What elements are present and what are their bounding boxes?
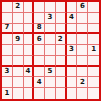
- sudoku-cell-r2c2[interactable]: [13, 13, 24, 24]
- sudoku-cell-r2c4[interactable]: [34, 13, 45, 24]
- sudoku-cell-r2c6[interactable]: [56, 13, 67, 24]
- sudoku-cell-r8c3[interactable]: [24, 77, 35, 88]
- sudoku-cell-r3c6[interactable]: [56, 24, 67, 35]
- sudoku-cell-r4c3[interactable]: [24, 34, 35, 45]
- sudoku-cell-r4c4[interactable]: 6: [34, 34, 45, 45]
- sudoku-cell-r6c9[interactable]: [88, 56, 99, 67]
- sudoku-cell-r5c9[interactable]: 1: [88, 45, 99, 56]
- sudoku-cell-r7c7[interactable]: [67, 67, 78, 78]
- sudoku-board: 26347896231345421: [0, 0, 101, 101]
- sudoku-cell-r6c2[interactable]: [13, 56, 24, 67]
- sudoku-cell-r3c7[interactable]: [67, 24, 78, 35]
- sudoku-cell-r8c4[interactable]: 4: [34, 77, 45, 88]
- sudoku-cell-r4c8[interactable]: [77, 34, 88, 45]
- sudoku-cell-r2c3[interactable]: [24, 13, 35, 24]
- sudoku-cell-r7c6[interactable]: [56, 67, 67, 78]
- sudoku-cell-r1c2[interactable]: 2: [13, 2, 24, 13]
- sudoku-cell-r1c6[interactable]: [56, 2, 67, 13]
- sudoku-cell-r3c9[interactable]: [88, 24, 99, 35]
- sudoku-cell-r9c1[interactable]: 1: [2, 88, 13, 99]
- sudoku-cell-r6c6[interactable]: [56, 56, 67, 67]
- sudoku-cell-r7c4[interactable]: [34, 67, 45, 78]
- sudoku-cell-r6c1[interactable]: [2, 56, 13, 67]
- sudoku-cell-r5c6[interactable]: [56, 45, 67, 56]
- sudoku-cell-r9c8[interactable]: [77, 88, 88, 99]
- sudoku-cell-r6c7[interactable]: [67, 56, 78, 67]
- sudoku-cell-r8c7[interactable]: [67, 77, 78, 88]
- sudoku-cell-r4c6[interactable]: 2: [56, 34, 67, 45]
- sudoku-cell-r1c8[interactable]: 6: [77, 2, 88, 13]
- sudoku-cell-r1c4[interactable]: [34, 2, 45, 13]
- sudoku-cell-r9c5[interactable]: [45, 88, 56, 99]
- sudoku-cell-r9c6[interactable]: [56, 88, 67, 99]
- sudoku-cell-r1c3[interactable]: [24, 2, 35, 13]
- sudoku-cell-r6c3[interactable]: [24, 56, 35, 67]
- sudoku-cell-r5c1[interactable]: [2, 45, 13, 56]
- sudoku-cell-r1c1[interactable]: [2, 2, 13, 13]
- sudoku-cell-r7c1[interactable]: 3: [2, 67, 13, 78]
- sudoku-cell-r9c3[interactable]: [24, 88, 35, 99]
- sudoku-cell-r8c6[interactable]: [56, 77, 67, 88]
- sudoku-cell-r1c9[interactable]: [88, 2, 99, 13]
- sudoku-cell-r2c9[interactable]: [88, 13, 99, 24]
- sudoku-cell-r2c8[interactable]: [77, 13, 88, 24]
- sudoku-cell-r3c2[interactable]: [13, 24, 24, 35]
- sudoku-cell-r5c4[interactable]: [34, 45, 45, 56]
- sudoku-cell-r7c8[interactable]: [77, 67, 88, 78]
- sudoku-cell-r1c7[interactable]: [67, 2, 78, 13]
- sudoku-cell-r6c4[interactable]: [34, 56, 45, 67]
- sudoku-cell-r8c1[interactable]: [2, 77, 13, 88]
- sudoku-cell-r9c9[interactable]: [88, 88, 99, 99]
- sudoku-cell-r5c5[interactable]: [45, 45, 56, 56]
- sudoku-cell-r2c5[interactable]: 3: [45, 13, 56, 24]
- sudoku-cell-r5c2[interactable]: [13, 45, 24, 56]
- sudoku-cell-r2c7[interactable]: 4: [67, 13, 78, 24]
- sudoku-cell-r4c9[interactable]: [88, 34, 99, 45]
- sudoku-cell-r8c5[interactable]: [45, 77, 56, 88]
- sudoku-cell-r4c1[interactable]: [2, 34, 13, 45]
- sudoku-cell-r3c8[interactable]: [77, 24, 88, 35]
- sudoku-cell-r7c5[interactable]: 5: [45, 67, 56, 78]
- sudoku-cell-r6c8[interactable]: [77, 56, 88, 67]
- sudoku-cell-r9c2[interactable]: [13, 88, 24, 99]
- sudoku-cell-r7c3[interactable]: 4: [24, 67, 35, 78]
- sudoku-cell-r3c4[interactable]: 8: [34, 24, 45, 35]
- sudoku-cell-r5c7[interactable]: 3: [67, 45, 78, 56]
- sudoku-cell-r5c8[interactable]: [77, 45, 88, 56]
- sudoku-cell-r4c7[interactable]: [67, 34, 78, 45]
- sudoku-cell-r3c5[interactable]: [45, 24, 56, 35]
- sudoku-cell-r7c2[interactable]: [13, 67, 24, 78]
- sudoku-cell-r8c9[interactable]: [88, 77, 99, 88]
- sudoku-cell-r5c3[interactable]: [24, 45, 35, 56]
- sudoku-cell-r8c2[interactable]: [13, 77, 24, 88]
- sudoku-cell-r1c5[interactable]: [45, 2, 56, 13]
- sudoku-cell-r9c4[interactable]: [34, 88, 45, 99]
- sudoku-cell-r3c3[interactable]: [24, 24, 35, 35]
- sudoku-cell-r8c8[interactable]: 2: [77, 77, 88, 88]
- sudoku-cell-r4c5[interactable]: [45, 34, 56, 45]
- sudoku-cell-r6c5[interactable]: [45, 56, 56, 67]
- sudoku-cell-r3c1[interactable]: 7: [2, 24, 13, 35]
- sudoku-cell-r9c7[interactable]: [67, 88, 78, 99]
- sudoku-cell-r4c2[interactable]: 9: [13, 34, 24, 45]
- sudoku-cell-r7c9[interactable]: [88, 67, 99, 78]
- sudoku-cell-r2c1[interactable]: [2, 13, 13, 24]
